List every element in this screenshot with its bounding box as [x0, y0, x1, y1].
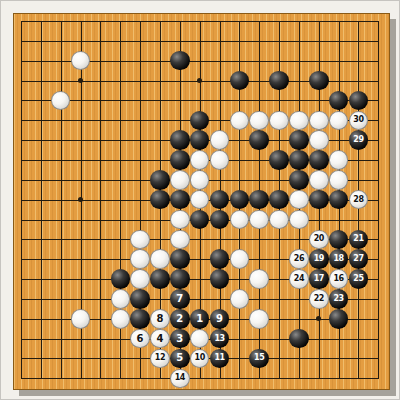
- stone-white: [230, 289, 250, 309]
- move-number-label: 8: [156, 314, 163, 324]
- move-number-label: 17: [314, 275, 324, 283]
- stone-black-move-11: 11: [210, 349, 230, 369]
- stone-black-move-27: 27: [349, 249, 369, 269]
- stone-white: [111, 309, 131, 329]
- stone-black-move-17: 17: [309, 269, 329, 289]
- stone-black: [150, 269, 170, 289]
- stone-black: [249, 190, 269, 210]
- move-number-label: 15: [254, 354, 264, 362]
- stone-white: [71, 51, 91, 71]
- stone-white-move-6: 6: [130, 329, 150, 349]
- move-number-label: 14: [175, 374, 185, 382]
- move-number-label: 22: [314, 295, 324, 303]
- stone-white: [269, 111, 289, 131]
- stone-black: [230, 190, 250, 210]
- stone-black: [230, 71, 250, 91]
- stone-black: [269, 190, 289, 210]
- stone-black: [210, 210, 230, 230]
- stone-white: [170, 230, 190, 250]
- move-number-label: 3: [176, 334, 183, 344]
- move-number-label: 28: [353, 196, 363, 204]
- stone-black: [269, 150, 289, 170]
- stone-white: [190, 190, 210, 210]
- stone-black: [150, 170, 170, 190]
- star-point: [78, 197, 83, 202]
- stone-black: [210, 269, 230, 289]
- stone-black: [329, 230, 349, 250]
- stone-white: [190, 329, 210, 349]
- stone-black: [329, 91, 349, 111]
- stone-white-move-16: 16: [329, 269, 349, 289]
- stone-black: [170, 51, 190, 71]
- grid-line-vertical: [378, 21, 379, 379]
- stone-black: [170, 249, 190, 269]
- stone-white: [329, 150, 349, 170]
- stone-black-move-5: 5: [170, 349, 190, 369]
- stone-white: [309, 111, 329, 131]
- stone-black: [309, 150, 329, 170]
- stone-black-move-13: 13: [210, 329, 230, 349]
- move-number-label: 11: [214, 354, 224, 362]
- stone-white-move-26: 26: [289, 249, 309, 269]
- stone-white: [230, 111, 250, 131]
- stone-black-move-18: 18: [329, 249, 349, 269]
- stone-white-move-30: 30: [349, 111, 369, 131]
- move-number-label: 9: [216, 314, 223, 324]
- move-number-label: 27: [353, 255, 363, 263]
- stone-black: [309, 71, 329, 91]
- stone-white-move-22: 22: [309, 289, 329, 309]
- stone-white: [329, 170, 349, 190]
- stone-black-move-7: 7: [170, 289, 190, 309]
- stone-black-move-25: 25: [349, 269, 369, 289]
- stone-black-move-2: 2: [170, 309, 190, 329]
- stone-black: [150, 190, 170, 210]
- star-point: [316, 316, 321, 321]
- move-number-label: 2: [176, 314, 183, 324]
- stone-white: [130, 249, 150, 269]
- stone-white: [249, 210, 269, 230]
- stone-black: [210, 249, 230, 269]
- stone-black-move-23: 23: [329, 289, 349, 309]
- stone-black: [249, 130, 269, 150]
- move-number-label: 19: [314, 255, 324, 263]
- move-number-label: 18: [334, 255, 344, 263]
- grid-line-horizontal: [21, 378, 379, 379]
- move-number-label: 23: [334, 295, 344, 303]
- stone-white: [51, 91, 71, 111]
- stone-white-move-14: 14: [170, 369, 190, 389]
- move-number-label: 24: [294, 275, 304, 283]
- stone-black: [170, 130, 190, 150]
- move-number-label: 1: [196, 314, 203, 324]
- stone-black-move-3: 3: [170, 329, 190, 349]
- stone-black: [170, 269, 190, 289]
- stone-white-move-8: 8: [150, 309, 170, 329]
- move-number-label: 12: [155, 354, 165, 362]
- stone-white: [111, 289, 131, 309]
- move-number-label: 30: [353, 116, 363, 124]
- stone-white: [249, 111, 269, 131]
- stone-black: [269, 71, 289, 91]
- stone-white: [249, 309, 269, 329]
- stone-white: [130, 269, 150, 289]
- star-point: [197, 78, 202, 83]
- stone-white: [309, 170, 329, 190]
- stone-black-move-29: 29: [349, 130, 369, 150]
- stone-black: [170, 190, 190, 210]
- stone-black-move-1: 1: [190, 309, 210, 329]
- stone-black-move-19: 19: [309, 249, 329, 269]
- stone-black: [329, 190, 349, 210]
- stone-black: [309, 190, 329, 210]
- stone-black: [130, 289, 150, 309]
- move-number-label: 7: [176, 294, 183, 304]
- stone-black: [289, 170, 309, 190]
- stone-white: [230, 210, 250, 230]
- stone-black: [170, 150, 190, 170]
- stone-white-move-20: 20: [309, 230, 329, 250]
- stone-white: [230, 249, 250, 269]
- move-number-label: 25: [353, 275, 363, 283]
- go-board[interactable]: 3029282021261918272417162572223821964313…: [13, 13, 390, 390]
- stone-black: [349, 91, 369, 111]
- move-number-label: 20: [314, 235, 324, 243]
- stone-white: [329, 111, 349, 131]
- stone-black: [190, 210, 210, 230]
- stone-white: [170, 170, 190, 190]
- stone-white: [130, 230, 150, 250]
- stone-white: [269, 210, 289, 230]
- move-number-label: 16: [334, 275, 344, 283]
- move-number-label: 5: [176, 353, 183, 363]
- move-number-label: 6: [137, 334, 144, 344]
- move-number-label: 26: [294, 255, 304, 263]
- stone-black-move-9: 9: [210, 309, 230, 329]
- stone-white: [210, 130, 230, 150]
- stone-black: [190, 130, 210, 150]
- stone-black: [130, 309, 150, 329]
- stone-white-move-12: 12: [150, 349, 170, 369]
- stone-black: [111, 269, 131, 289]
- stone-black-move-15: 15: [249, 349, 269, 369]
- stone-white: [249, 269, 269, 289]
- star-point: [78, 78, 83, 83]
- stone-white: [190, 150, 210, 170]
- stone-white-move-4: 4: [150, 329, 170, 349]
- stone-black: [190, 111, 210, 131]
- move-number-label: 10: [195, 354, 205, 362]
- stone-white: [289, 210, 309, 230]
- stone-white-move-28: 28: [349, 190, 369, 210]
- stone-white: [289, 190, 309, 210]
- stone-white: [289, 111, 309, 131]
- move-number-label: 21: [353, 235, 363, 243]
- move-number-label: 13: [214, 335, 224, 343]
- stone-white: [150, 249, 170, 269]
- stone-black: [289, 130, 309, 150]
- stone-black: [289, 150, 309, 170]
- move-number-label: 29: [353, 136, 363, 144]
- stone-white: [190, 170, 210, 190]
- stone-white: [71, 309, 91, 329]
- stone-black-move-21: 21: [349, 230, 369, 250]
- stone-black: [289, 329, 309, 349]
- stone-white-move-10: 10: [190, 349, 210, 369]
- window-frame: 3029282021261918272417162572223821964313…: [0, 0, 400, 400]
- stone-white: [309, 130, 329, 150]
- stone-white: [170, 210, 190, 230]
- stone-black: [329, 309, 349, 329]
- stone-white: [210, 150, 230, 170]
- stone-black: [210, 190, 230, 210]
- move-number-label: 4: [156, 334, 163, 344]
- stone-white-move-24: 24: [289, 269, 309, 289]
